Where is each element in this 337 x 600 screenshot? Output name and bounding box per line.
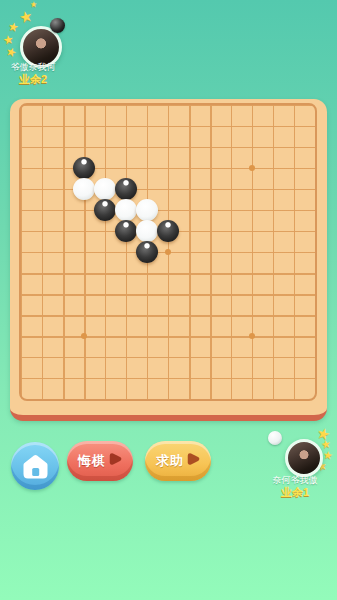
stone-black	[136, 241, 158, 263]
stone-black	[115, 178, 137, 200]
undo-button-label: 悔棋	[78, 452, 106, 470]
seed-icon	[109, 452, 122, 470]
undo-button[interactable]: 悔棋	[67, 441, 133, 481]
star-point	[249, 333, 255, 339]
stone-black	[73, 157, 95, 179]
player-bottom-rank: 业余1	[262, 485, 328, 500]
help-button-label: 求助	[156, 452, 184, 470]
stone-black	[94, 199, 116, 221]
stone-white	[94, 178, 116, 200]
home-icon	[22, 454, 49, 479]
black-stone-badge	[50, 18, 65, 33]
game-screen: ★ ★ ★ ★ ★ 爷傲奈我何 业余2 ★ ★ ★ ★ 奈何爷我傲 业余1 悔棋	[0, 0, 337, 600]
star-point	[249, 165, 255, 171]
player-top-rank: 业余2	[0, 72, 66, 87]
star-icon: ★	[4, 45, 18, 60]
stone-white	[115, 199, 137, 221]
stone-black	[115, 220, 137, 242]
home-button[interactable]	[11, 442, 59, 490]
help-button[interactable]: 求助	[145, 441, 211, 481]
player-bottom-avatar	[285, 439, 323, 477]
stone-black	[157, 220, 179, 242]
star-icon: ★	[17, 8, 34, 26]
stone-white	[136, 199, 158, 221]
white-stone-badge	[268, 431, 282, 445]
stone-white	[73, 178, 95, 200]
gomoku-board	[10, 99, 327, 421]
seed-icon	[187, 452, 200, 470]
stone-white	[136, 220, 158, 242]
board-grid[interactable]	[19, 103, 317, 401]
star-icon: ★	[30, 1, 37, 9]
star-point	[81, 333, 87, 339]
star-point	[165, 249, 171, 255]
